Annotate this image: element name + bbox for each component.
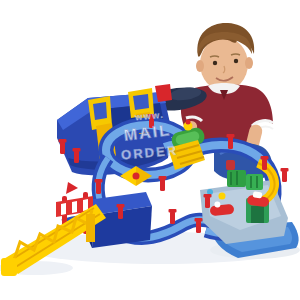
product-photo: www. MAIL ORDER (0, 0, 300, 300)
sluice-flag (66, 182, 78, 194)
toy-figure (219, 193, 226, 200)
green-container (246, 174, 263, 190)
boy-ear (245, 57, 253, 69)
boy-ear (196, 60, 204, 72)
harbor-hut-door (251, 206, 264, 223)
scene-illustration: www. MAIL ORDER (0, 0, 300, 300)
toy-figure-cap (186, 120, 191, 125)
red-rim-clip (155, 84, 172, 102)
ramp-foot (1, 258, 17, 276)
boy-eye (234, 59, 238, 63)
jeans-red-patch (226, 160, 235, 170)
boy-eye (213, 61, 217, 65)
ramp-support (86, 214, 95, 242)
